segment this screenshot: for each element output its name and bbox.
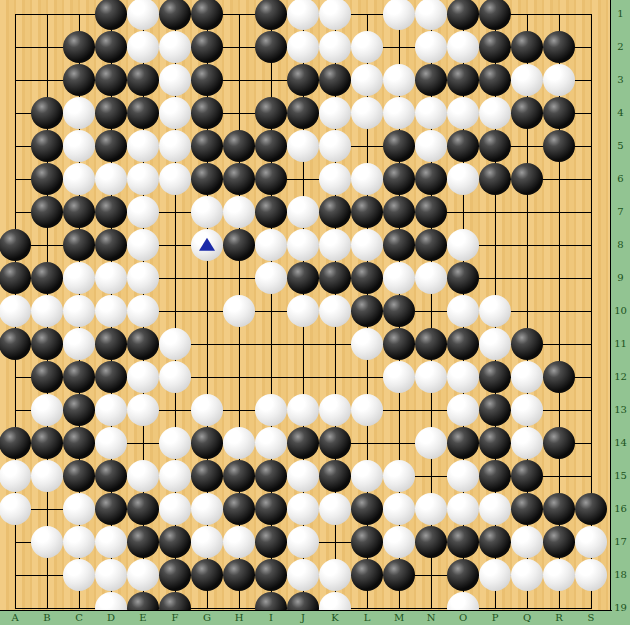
- white-stone-K4[interactable]: [319, 97, 351, 129]
- black-stone-H16[interactable]: [223, 493, 255, 525]
- triangle-marker-icon: [199, 237, 215, 250]
- white-stone-D18[interactable]: [95, 559, 127, 591]
- white-stone-D6[interactable]: [95, 163, 127, 195]
- black-stone-C3[interactable]: [63, 64, 95, 96]
- white-stone-N5[interactable]: [415, 130, 447, 162]
- black-stone-B5[interactable]: [31, 130, 63, 162]
- white-stone-P16[interactable]: [479, 493, 511, 525]
- white-stone-Q14[interactable]: [511, 427, 543, 459]
- white-stone-B15[interactable]: [31, 460, 63, 492]
- white-stone-M9[interactable]: [383, 262, 415, 294]
- white-stone-N16[interactable]: [415, 493, 447, 525]
- column-label-F: F: [165, 612, 185, 624]
- column-label-A: A: [5, 612, 25, 624]
- white-stone-J8[interactable]: [287, 229, 319, 261]
- column-label-D: D: [101, 612, 121, 624]
- black-stone-A14[interactable]: [0, 427, 31, 459]
- black-stone-E17[interactable]: [127, 526, 159, 558]
- white-stone-C17[interactable]: [63, 526, 95, 558]
- row-label-11: 11: [611, 338, 630, 350]
- black-stone-B4[interactable]: [31, 97, 63, 129]
- black-stone-M7[interactable]: [383, 196, 415, 228]
- black-stone-J4[interactable]: [287, 97, 319, 129]
- black-stone-H8[interactable]: [223, 229, 255, 261]
- white-stone-M1[interactable]: [383, 0, 415, 30]
- black-stone-G4[interactable]: [191, 97, 223, 129]
- white-stone-H14[interactable]: [223, 427, 255, 459]
- black-stone-I1[interactable]: [255, 0, 287, 30]
- white-stone-E7[interactable]: [127, 196, 159, 228]
- black-stone-O3[interactable]: [447, 64, 479, 96]
- row-label-15: 15: [611, 470, 630, 482]
- black-stone-P13[interactable]: [479, 394, 511, 426]
- white-stone-H10[interactable]: [223, 295, 255, 327]
- black-stone-G5[interactable]: [191, 130, 223, 162]
- black-stone-I4[interactable]: [255, 97, 287, 129]
- black-stone-D16[interactable]: [95, 493, 127, 525]
- white-stone-B17[interactable]: [31, 526, 63, 558]
- white-stone-N9[interactable]: [415, 262, 447, 294]
- white-stone-L6[interactable]: [351, 163, 383, 195]
- white-stone-O15[interactable]: [447, 460, 479, 492]
- black-stone-I16[interactable]: [255, 493, 287, 525]
- black-stone-G2[interactable]: [191, 31, 223, 63]
- white-stone-N1[interactable]: [415, 0, 447, 30]
- black-stone-D2[interactable]: [95, 31, 127, 63]
- black-stone-R4[interactable]: [543, 97, 575, 129]
- column-label-J: J: [293, 612, 313, 624]
- white-stone-J1[interactable]: [287, 0, 319, 30]
- row-label-10: 10: [611, 305, 630, 317]
- column-label-S: S: [581, 612, 601, 624]
- white-stone-K6[interactable]: [319, 163, 351, 195]
- black-stone-Q2[interactable]: [511, 31, 543, 63]
- white-stone-C6[interactable]: [63, 163, 95, 195]
- black-stone-R16[interactable]: [543, 493, 575, 525]
- white-stone-E6[interactable]: [127, 163, 159, 195]
- white-stone-C9[interactable]: [63, 262, 95, 294]
- row-label-9: 9: [611, 272, 630, 284]
- white-stone-R18[interactable]: [543, 559, 575, 591]
- white-stone-A15[interactable]: [0, 460, 31, 492]
- black-stone-M5[interactable]: [383, 130, 415, 162]
- black-stone-D11[interactable]: [95, 328, 127, 360]
- black-stone-C13[interactable]: [63, 394, 95, 426]
- white-stone-C16[interactable]: [63, 493, 95, 525]
- white-stone-M17[interactable]: [383, 526, 415, 558]
- row-label-14: 14: [611, 437, 630, 449]
- black-stone-J9[interactable]: [287, 262, 319, 294]
- black-stone-L17[interactable]: [351, 526, 383, 558]
- black-stone-D15[interactable]: [95, 460, 127, 492]
- white-stone-J10[interactable]: [287, 295, 319, 327]
- black-stone-O14[interactable]: [447, 427, 479, 459]
- black-stone-N7[interactable]: [415, 196, 447, 228]
- row-label-8: 8: [611, 239, 630, 251]
- white-stone-R3[interactable]: [543, 64, 575, 96]
- black-stone-I6[interactable]: [255, 163, 287, 195]
- white-stone-C11[interactable]: [63, 328, 95, 360]
- go-board[interactable]: [0, 0, 607, 624]
- black-stone-N17[interactable]: [415, 526, 447, 558]
- black-stone-F17[interactable]: [159, 526, 191, 558]
- black-stone-O1[interactable]: [447, 0, 479, 30]
- black-stone-E4[interactable]: [127, 97, 159, 129]
- black-stone-I17[interactable]: [255, 526, 287, 558]
- white-stone-O10[interactable]: [447, 295, 479, 327]
- white-stone-G16[interactable]: [191, 493, 223, 525]
- white-stone-F2[interactable]: [159, 31, 191, 63]
- black-stone-G18[interactable]: [191, 559, 223, 591]
- white-stone-J18[interactable]: [287, 559, 319, 591]
- black-stone-C14[interactable]: [63, 427, 95, 459]
- row-label-16: 16: [611, 503, 630, 515]
- white-stone-K13[interactable]: [319, 394, 351, 426]
- column-label-O: O: [453, 612, 473, 624]
- white-stone-K18[interactable]: [319, 559, 351, 591]
- black-stone-O17[interactable]: [447, 526, 479, 558]
- column-label-R: R: [549, 612, 569, 624]
- black-stone-O11[interactable]: [447, 328, 479, 360]
- black-stone-E11[interactable]: [127, 328, 159, 360]
- white-stone-Q18[interactable]: [511, 559, 543, 591]
- black-stone-F18[interactable]: [159, 559, 191, 591]
- black-stone-B7[interactable]: [31, 196, 63, 228]
- black-stone-D5[interactable]: [95, 130, 127, 162]
- white-stone-D14[interactable]: [95, 427, 127, 459]
- white-stone-F15[interactable]: [159, 460, 191, 492]
- white-stone-O8[interactable]: [447, 229, 479, 261]
- white-stone-O16[interactable]: [447, 493, 479, 525]
- black-stone-D8[interactable]: [95, 229, 127, 261]
- white-stone-J16[interactable]: [287, 493, 319, 525]
- column-label-B: B: [37, 612, 57, 624]
- white-stone-L3[interactable]: [351, 64, 383, 96]
- white-stone-F6[interactable]: [159, 163, 191, 195]
- black-stone-K14[interactable]: [319, 427, 351, 459]
- row-label-3: 3: [611, 74, 630, 86]
- black-stone-R12[interactable]: [543, 361, 575, 393]
- white-stone-E18[interactable]: [127, 559, 159, 591]
- white-stone-C4[interactable]: [63, 97, 95, 129]
- black-stone-R17[interactable]: [543, 526, 575, 558]
- white-stone-O6[interactable]: [447, 163, 479, 195]
- white-stone-E1[interactable]: [127, 0, 159, 30]
- row-label-18: 18: [611, 569, 630, 581]
- white-stone-E8[interactable]: [127, 229, 159, 261]
- black-stone-P5[interactable]: [479, 130, 511, 162]
- white-stone-E2[interactable]: [127, 31, 159, 63]
- black-stone-N6[interactable]: [415, 163, 447, 195]
- white-stone-D10[interactable]: [95, 295, 127, 327]
- white-stone-E9[interactable]: [127, 262, 159, 294]
- black-stone-O18[interactable]: [447, 559, 479, 591]
- row-label-4: 4: [611, 107, 630, 119]
- white-stone-D9[interactable]: [95, 262, 127, 294]
- black-stone-M8[interactable]: [383, 229, 415, 261]
- white-stone-M4[interactable]: [383, 97, 415, 129]
- white-stone-E15[interactable]: [127, 460, 159, 492]
- white-stone-L4[interactable]: [351, 97, 383, 129]
- black-stone-M18[interactable]: [383, 559, 415, 591]
- white-stone-S17[interactable]: [575, 526, 607, 558]
- white-stone-K2[interactable]: [319, 31, 351, 63]
- black-stone-D4[interactable]: [95, 97, 127, 129]
- black-stone-P17[interactable]: [479, 526, 511, 558]
- white-stone-S18[interactable]: [575, 559, 607, 591]
- white-stone-K16[interactable]: [319, 493, 351, 525]
- white-stone-I8[interactable]: [255, 229, 287, 261]
- black-stone-P2[interactable]: [479, 31, 511, 63]
- black-stone-K7[interactable]: [319, 196, 351, 228]
- white-stone-O2[interactable]: [447, 31, 479, 63]
- white-stone-E10[interactable]: [127, 295, 159, 327]
- white-stone-J13[interactable]: [287, 394, 319, 426]
- black-stone-P15[interactable]: [479, 460, 511, 492]
- black-stone-G15[interactable]: [191, 460, 223, 492]
- white-stone-L15[interactable]: [351, 460, 383, 492]
- white-stone-J2[interactable]: [287, 31, 319, 63]
- white-stone-L13[interactable]: [351, 394, 383, 426]
- white-stone-I13[interactable]: [255, 394, 287, 426]
- white-stone-O12[interactable]: [447, 361, 479, 393]
- white-stone-D13[interactable]: [95, 394, 127, 426]
- black-stone-P6[interactable]: [479, 163, 511, 195]
- column-label-K: K: [325, 612, 345, 624]
- black-stone-O9[interactable]: [447, 262, 479, 294]
- black-stone-H15[interactable]: [223, 460, 255, 492]
- column-label-M: M: [389, 612, 409, 624]
- black-stone-L16[interactable]: [351, 493, 383, 525]
- white-stone-C5[interactable]: [63, 130, 95, 162]
- white-stone-A10[interactable]: [0, 295, 31, 327]
- white-stone-D17[interactable]: [95, 526, 127, 558]
- black-stone-Q6[interactable]: [511, 163, 543, 195]
- white-stone-F12[interactable]: [159, 361, 191, 393]
- white-stone-I14[interactable]: [255, 427, 287, 459]
- black-stone-D7[interactable]: [95, 196, 127, 228]
- white-stone-M3[interactable]: [383, 64, 415, 96]
- black-stone-B14[interactable]: [31, 427, 63, 459]
- white-stone-C10[interactable]: [63, 295, 95, 327]
- black-stone-Q16[interactable]: [511, 493, 543, 525]
- black-stone-M10[interactable]: [383, 295, 415, 327]
- white-stone-F14[interactable]: [159, 427, 191, 459]
- white-stone-J7[interactable]: [287, 196, 319, 228]
- black-stone-G6[interactable]: [191, 163, 223, 195]
- white-stone-K1[interactable]: [319, 0, 351, 30]
- white-stone-G8[interactable]: [191, 229, 223, 261]
- black-stone-P3[interactable]: [479, 64, 511, 96]
- black-stone-C8[interactable]: [63, 229, 95, 261]
- black-stone-J14[interactable]: [287, 427, 319, 459]
- column-label-P: P: [485, 612, 505, 624]
- column-label-Q: Q: [517, 612, 537, 624]
- column-label-L: L: [357, 612, 377, 624]
- black-stone-A8[interactable]: [0, 229, 31, 261]
- white-stone-H7[interactable]: [223, 196, 255, 228]
- black-stone-E3[interactable]: [127, 64, 159, 96]
- white-stone-M12[interactable]: [383, 361, 415, 393]
- black-stone-Q11[interactable]: [511, 328, 543, 360]
- black-stone-N11[interactable]: [415, 328, 447, 360]
- black-stone-R2[interactable]: [543, 31, 575, 63]
- white-stone-K5[interactable]: [319, 130, 351, 162]
- white-stone-P11[interactable]: [479, 328, 511, 360]
- white-stone-G7[interactable]: [191, 196, 223, 228]
- white-stone-F3[interactable]: [159, 64, 191, 96]
- white-stone-A16[interactable]: [0, 493, 31, 525]
- black-stone-K15[interactable]: [319, 460, 351, 492]
- white-stone-P18[interactable]: [479, 559, 511, 591]
- white-stone-K8[interactable]: [319, 229, 351, 261]
- column-label-H: H: [229, 612, 249, 624]
- white-stone-N2[interactable]: [415, 31, 447, 63]
- white-stone-F5[interactable]: [159, 130, 191, 162]
- white-stone-Q12[interactable]: [511, 361, 543, 393]
- white-stone-L11[interactable]: [351, 328, 383, 360]
- black-stone-R14[interactable]: [543, 427, 575, 459]
- white-stone-H17[interactable]: [223, 526, 255, 558]
- black-stone-L18[interactable]: [351, 559, 383, 591]
- white-stone-L2[interactable]: [351, 31, 383, 63]
- black-stone-H18[interactable]: [223, 559, 255, 591]
- row-label-12: 12: [611, 371, 630, 383]
- black-stone-C12[interactable]: [63, 361, 95, 393]
- white-stone-O4[interactable]: [447, 97, 479, 129]
- black-stone-G1[interactable]: [191, 0, 223, 30]
- black-stone-P12[interactable]: [479, 361, 511, 393]
- black-stone-C7[interactable]: [63, 196, 95, 228]
- row-label-2: 2: [611, 41, 630, 53]
- white-stone-P4[interactable]: [479, 97, 511, 129]
- column-label-E: E: [133, 612, 153, 624]
- white-stone-I9[interactable]: [255, 262, 287, 294]
- black-stone-I18[interactable]: [255, 559, 287, 591]
- black-stone-I15[interactable]: [255, 460, 287, 492]
- black-stone-P1[interactable]: [479, 0, 511, 30]
- black-stone-D3[interactable]: [95, 64, 127, 96]
- white-stone-K10[interactable]: [319, 295, 351, 327]
- white-stone-B10[interactable]: [31, 295, 63, 327]
- black-stone-I5[interactable]: [255, 130, 287, 162]
- column-label-I: I: [261, 612, 281, 624]
- row-label-17: 17: [611, 536, 630, 548]
- white-stone-B13[interactable]: [31, 394, 63, 426]
- black-stone-N3[interactable]: [415, 64, 447, 96]
- column-label-C: C: [69, 612, 89, 624]
- white-stone-J5[interactable]: [287, 130, 319, 162]
- white-stone-J15[interactable]: [287, 460, 319, 492]
- black-stone-I2[interactable]: [255, 31, 287, 63]
- white-stone-N4[interactable]: [415, 97, 447, 129]
- black-stone-M11[interactable]: [383, 328, 415, 360]
- white-stone-F11[interactable]: [159, 328, 191, 360]
- row-label-19: 19: [611, 602, 630, 614]
- black-stone-O5[interactable]: [447, 130, 479, 162]
- black-stone-G14[interactable]: [191, 427, 223, 459]
- white-stone-E12[interactable]: [127, 361, 159, 393]
- white-stone-L8[interactable]: [351, 229, 383, 261]
- black-stone-D12[interactable]: [95, 361, 127, 393]
- white-stone-N14[interactable]: [415, 427, 447, 459]
- column-label-G: G: [197, 612, 217, 624]
- black-stone-N8[interactable]: [415, 229, 447, 261]
- row-label-7: 7: [611, 206, 630, 218]
- white-stone-N12[interactable]: [415, 361, 447, 393]
- black-stone-K9[interactable]: [319, 262, 351, 294]
- go-board-screen: 12345678910111213141516171819 ABCDEFGHIJ…: [0, 0, 630, 625]
- white-stone-P10[interactable]: [479, 295, 511, 327]
- white-stone-F16[interactable]: [159, 493, 191, 525]
- black-stone-P14[interactable]: [479, 427, 511, 459]
- white-stone-Q17[interactable]: [511, 526, 543, 558]
- black-stone-Q15[interactable]: [511, 460, 543, 492]
- black-stone-D1[interactable]: [95, 0, 127, 30]
- row-label-5: 5: [611, 140, 630, 152]
- black-stone-H6[interactable]: [223, 163, 255, 195]
- black-stone-Q4[interactable]: [511, 97, 543, 129]
- white-stone-G17[interactable]: [191, 526, 223, 558]
- white-stone-Q3[interactable]: [511, 64, 543, 96]
- white-stone-M15[interactable]: [383, 460, 415, 492]
- white-stone-F4[interactable]: [159, 97, 191, 129]
- black-stone-H5[interactable]: [223, 130, 255, 162]
- black-stone-J3[interactable]: [287, 64, 319, 96]
- column-label-N: N: [421, 612, 441, 624]
- white-stone-G13[interactable]: [191, 394, 223, 426]
- row-label-1: 1: [611, 8, 630, 20]
- white-stone-E5[interactable]: [127, 130, 159, 162]
- black-stone-S16[interactable]: [575, 493, 607, 525]
- black-stone-L10[interactable]: [351, 295, 383, 327]
- black-stone-F1[interactable]: [159, 0, 191, 30]
- row-label-6: 6: [611, 173, 630, 185]
- white-stone-Q13[interactable]: [511, 394, 543, 426]
- black-stone-B11[interactable]: [31, 328, 63, 360]
- black-stone-C2[interactable]: [63, 31, 95, 63]
- white-stone-M16[interactable]: [383, 493, 415, 525]
- black-stone-A11[interactable]: [0, 328, 31, 360]
- row-label-13: 13: [611, 404, 630, 416]
- black-stone-G3[interactable]: [191, 64, 223, 96]
- black-stone-C15[interactable]: [63, 460, 95, 492]
- black-stone-R5[interactable]: [543, 130, 575, 162]
- black-stone-B12[interactable]: [31, 361, 63, 393]
- white-stone-J17[interactable]: [287, 526, 319, 558]
- black-stone-B9[interactable]: [31, 262, 63, 294]
- black-stone-E16[interactable]: [127, 493, 159, 525]
- black-stone-A9[interactable]: [0, 262, 31, 294]
- black-stone-L9[interactable]: [351, 262, 383, 294]
- white-stone-E13[interactable]: [127, 394, 159, 426]
- white-stone-O13[interactable]: [447, 394, 479, 426]
- white-stone-C18[interactable]: [63, 559, 95, 591]
- black-stone-M6[interactable]: [383, 163, 415, 195]
- black-stone-I7[interactable]: [255, 196, 287, 228]
- black-stone-L7[interactable]: [351, 196, 383, 228]
- black-stone-B6[interactable]: [31, 163, 63, 195]
- black-stone-K3[interactable]: [319, 64, 351, 96]
